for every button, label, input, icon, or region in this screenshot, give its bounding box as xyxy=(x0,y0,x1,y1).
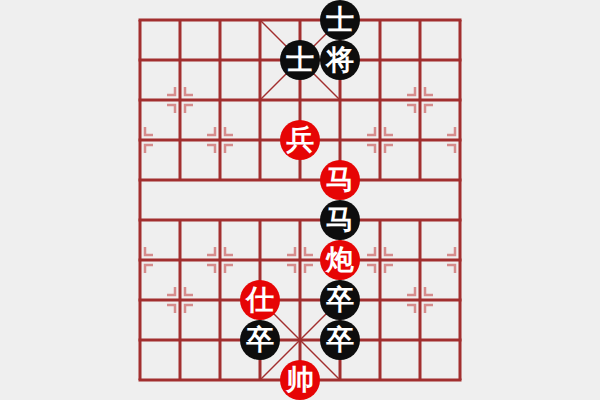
piece-red-horse-1[interactable]: 马 xyxy=(320,160,360,200)
pieces-layer: 士士将兵马马炮仕卒卒卒帅 xyxy=(120,0,480,400)
piece-black-pawn-2[interactable]: 卒 xyxy=(240,320,280,360)
piece-red-advisor-1[interactable]: 仕 xyxy=(240,280,280,320)
piece-red-king[interactable]: 帅 xyxy=(280,360,320,400)
piece-black-advisor-1[interactable]: 士 xyxy=(320,0,360,40)
piece-black-king[interactable]: 将 xyxy=(320,40,360,80)
piece-red-pawn-1[interactable]: 兵 xyxy=(280,120,320,160)
piece-black-pawn-1[interactable]: 卒 xyxy=(320,280,360,320)
piece-black-pawn-3[interactable]: 卒 xyxy=(320,320,360,360)
piece-black-horse-1[interactable]: 马 xyxy=(320,200,360,240)
piece-black-advisor-2[interactable]: 士 xyxy=(280,40,320,80)
xiangqi-diagram: 士士将兵马马炮仕卒卒卒帅 xyxy=(0,0,600,400)
piece-red-cannon-1[interactable]: 炮 xyxy=(320,240,360,280)
